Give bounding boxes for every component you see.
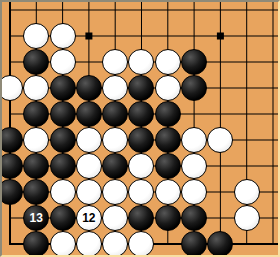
white-stone xyxy=(50,231,76,257)
white-stone xyxy=(102,205,128,231)
intersection xyxy=(155,49,181,75)
intersection xyxy=(102,127,128,153)
intersection xyxy=(102,0,128,23)
intersection xyxy=(155,179,181,205)
white-stone xyxy=(181,179,207,205)
intersection xyxy=(260,179,280,205)
white-stone xyxy=(76,231,102,257)
intersection xyxy=(0,49,23,75)
black-stone xyxy=(155,153,181,179)
intersection xyxy=(128,23,154,49)
intersection xyxy=(155,0,181,23)
intersection xyxy=(155,205,181,231)
intersection xyxy=(76,231,102,257)
intersection xyxy=(260,49,280,75)
white-stone xyxy=(128,179,154,205)
intersection xyxy=(0,179,23,205)
white-stone xyxy=(128,153,154,179)
black-stone xyxy=(0,153,23,179)
intersection: 13 xyxy=(23,205,49,231)
intersection xyxy=(181,101,207,127)
white-stone xyxy=(102,49,128,75)
intersection xyxy=(49,49,75,75)
intersection xyxy=(260,75,280,101)
intersection xyxy=(155,153,181,179)
intersection xyxy=(49,231,75,257)
white-stone xyxy=(50,49,76,75)
black-stone xyxy=(76,75,102,101)
white-stone xyxy=(155,75,181,101)
intersection xyxy=(23,101,49,127)
white-stone xyxy=(23,127,49,153)
white-stone xyxy=(155,49,181,75)
go-diagram: 1312 xyxy=(0,0,280,257)
black-stone xyxy=(50,75,76,101)
intersection xyxy=(23,75,49,101)
black-stone xyxy=(181,75,207,101)
intersection xyxy=(233,0,259,23)
intersection xyxy=(181,75,207,101)
intersection xyxy=(49,101,75,127)
intersection xyxy=(181,179,207,205)
black-stone xyxy=(181,49,207,75)
intersection xyxy=(155,101,181,127)
intersection xyxy=(128,205,154,231)
white-stone xyxy=(181,127,207,153)
intersection xyxy=(102,49,128,75)
intersection xyxy=(207,205,233,231)
intersection xyxy=(23,49,49,75)
intersection xyxy=(0,75,23,101)
white-stone xyxy=(23,23,49,49)
intersection xyxy=(207,101,233,127)
black-stone xyxy=(155,101,181,127)
white-stone xyxy=(234,179,260,205)
black-stone xyxy=(23,49,49,75)
intersection xyxy=(233,49,259,75)
intersection xyxy=(49,153,75,179)
intersection xyxy=(23,231,49,257)
white-stone xyxy=(102,127,128,153)
intersection xyxy=(260,101,280,127)
black-stone xyxy=(181,205,207,231)
white-stone xyxy=(128,231,154,257)
intersection xyxy=(102,179,128,205)
intersection xyxy=(233,231,259,257)
intersection xyxy=(102,205,128,231)
intersection xyxy=(49,205,75,231)
intersection xyxy=(207,153,233,179)
black-stone xyxy=(50,153,76,179)
black-stone xyxy=(0,179,23,205)
intersection xyxy=(0,153,23,179)
intersection xyxy=(76,0,102,23)
intersection xyxy=(207,75,233,101)
intersection xyxy=(181,49,207,75)
intersection xyxy=(0,231,23,257)
intersection xyxy=(155,75,181,101)
white-stone xyxy=(128,49,154,75)
intersection xyxy=(128,231,154,257)
white-stone-move-12: 12 xyxy=(76,205,102,231)
intersection xyxy=(0,205,23,231)
white-stone xyxy=(23,75,49,101)
intersection xyxy=(260,0,280,23)
intersection xyxy=(49,127,75,153)
black-stone xyxy=(76,101,102,127)
intersection xyxy=(207,23,233,49)
intersection xyxy=(0,23,23,49)
white-stone xyxy=(102,179,128,205)
intersection xyxy=(102,23,128,49)
intersection xyxy=(49,23,75,49)
intersection xyxy=(181,153,207,179)
intersection xyxy=(128,0,154,23)
intersection xyxy=(76,179,102,205)
white-stone xyxy=(0,75,23,101)
intersection xyxy=(49,75,75,101)
intersection xyxy=(181,205,207,231)
black-stone xyxy=(128,127,154,153)
white-stone xyxy=(234,205,260,231)
intersection xyxy=(76,153,102,179)
black-stone xyxy=(23,231,49,257)
intersection xyxy=(207,231,233,257)
intersection xyxy=(207,127,233,153)
intersection xyxy=(233,101,259,127)
black-stone xyxy=(128,205,154,231)
white-stone xyxy=(102,75,128,101)
intersection xyxy=(128,153,154,179)
intersection xyxy=(102,153,128,179)
intersection xyxy=(207,49,233,75)
intersection xyxy=(233,153,259,179)
intersection xyxy=(155,127,181,153)
white-stone xyxy=(155,179,181,205)
black-stone xyxy=(155,205,181,231)
intersection xyxy=(260,231,280,257)
black-stone xyxy=(50,101,76,127)
intersection xyxy=(260,205,280,231)
intersection xyxy=(23,0,49,23)
intersection xyxy=(128,101,154,127)
black-stone xyxy=(23,179,49,205)
white-stone xyxy=(76,179,102,205)
black-stone xyxy=(50,127,76,153)
intersection xyxy=(128,49,154,75)
black-stone xyxy=(102,101,128,127)
board-grid: 1312 xyxy=(0,0,280,257)
black-stone xyxy=(23,101,49,127)
intersection xyxy=(233,75,259,101)
intersection xyxy=(181,127,207,153)
intersection xyxy=(233,127,259,153)
intersection xyxy=(49,0,75,23)
intersection xyxy=(155,231,181,257)
intersection xyxy=(0,127,23,153)
intersection xyxy=(155,23,181,49)
intersection xyxy=(207,179,233,205)
intersection xyxy=(260,23,280,49)
black-stone xyxy=(128,75,154,101)
intersection xyxy=(76,75,102,101)
intersection xyxy=(181,23,207,49)
intersection xyxy=(76,49,102,75)
white-stone xyxy=(50,23,76,49)
white-stone xyxy=(76,153,102,179)
intersection xyxy=(128,179,154,205)
black-stone xyxy=(50,205,76,231)
intersection xyxy=(23,153,49,179)
black-stone xyxy=(0,127,23,153)
black-stone xyxy=(128,101,154,127)
intersection xyxy=(260,127,280,153)
intersection xyxy=(76,101,102,127)
intersection xyxy=(233,179,259,205)
intersection xyxy=(128,75,154,101)
intersection xyxy=(76,127,102,153)
intersection xyxy=(102,101,128,127)
white-stone xyxy=(207,127,233,153)
intersection xyxy=(102,75,128,101)
black-stone xyxy=(181,231,207,257)
black-stone-move-13: 13 xyxy=(23,205,49,231)
intersection xyxy=(233,23,259,49)
white-stone xyxy=(50,179,76,205)
white-stone xyxy=(181,153,207,179)
black-stone xyxy=(23,153,49,179)
black-stone xyxy=(155,127,181,153)
intersection xyxy=(181,231,207,257)
intersection xyxy=(76,23,102,49)
intersection: 12 xyxy=(76,205,102,231)
intersection xyxy=(260,153,280,179)
intersection xyxy=(128,127,154,153)
intersection xyxy=(49,179,75,205)
intersection xyxy=(233,205,259,231)
intersection xyxy=(23,179,49,205)
intersection xyxy=(0,101,23,127)
intersection xyxy=(102,231,128,257)
black-stone xyxy=(102,153,128,179)
intersection xyxy=(23,23,49,49)
intersection xyxy=(0,0,23,23)
white-stone xyxy=(102,231,128,257)
white-stone xyxy=(76,127,102,153)
intersection xyxy=(23,127,49,153)
intersection xyxy=(207,0,233,23)
intersection xyxy=(181,0,207,23)
black-stone xyxy=(207,231,233,257)
